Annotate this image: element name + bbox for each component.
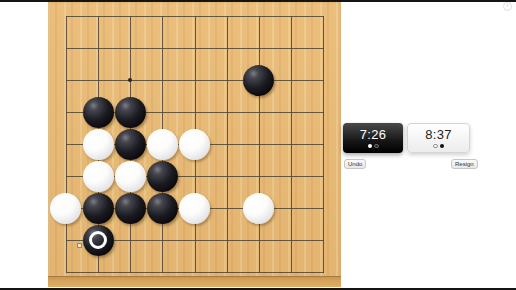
intersection[interactable]: [178, 96, 210, 128]
intersection[interactable]: [243, 96, 275, 128]
white-stone-icon: [368, 144, 373, 149]
intersection[interactable]: [211, 128, 243, 160]
intersection[interactable]: [82, 32, 114, 64]
white-stone: [50, 193, 81, 224]
intersection[interactable]: [114, 224, 146, 256]
intersection[interactable]: [82, 128, 114, 160]
black-stone: [147, 161, 178, 192]
intersection[interactable]: [82, 224, 114, 256]
black-stone: [115, 193, 146, 224]
black-capture-indicator: [368, 144, 379, 149]
intersection[interactable]: [243, 160, 275, 192]
intersection[interactable]: [211, 224, 243, 256]
intersection[interactable]: [275, 160, 307, 192]
white-stone: [147, 129, 178, 160]
white-capture-indicator: [433, 144, 444, 149]
intersection[interactable]: [243, 192, 275, 224]
intersection[interactable]: [275, 224, 307, 256]
intersection[interactable]: [50, 32, 82, 64]
intersection[interactable]: [114, 160, 146, 192]
black-clock-time: 7:26: [360, 128, 387, 142]
black-stone: [115, 129, 146, 160]
white-player-clock: 8:37: [407, 123, 470, 153]
intersection[interactable]: [307, 192, 339, 224]
black-stone: [83, 225, 114, 256]
intersection[interactable]: [178, 32, 210, 64]
black-stone: [83, 193, 114, 224]
intersection[interactable]: [146, 160, 178, 192]
intersection[interactable]: [82, 192, 114, 224]
intersection[interactable]: [82, 96, 114, 128]
intersection[interactable]: [50, 192, 82, 224]
small-square-marker: [77, 243, 82, 248]
white-stone: [243, 193, 274, 224]
intersection[interactable]: [146, 128, 178, 160]
intersection[interactable]: [243, 32, 275, 64]
intersection[interactable]: [307, 32, 339, 64]
intersection[interactable]: [82, 0, 114, 32]
intersection[interactable]: [307, 64, 339, 96]
intersection[interactable]: [211, 64, 243, 96]
white-stone: [83, 129, 114, 160]
intersection[interactable]: [307, 128, 339, 160]
black-stone: [243, 65, 274, 96]
intersection[interactable]: [178, 0, 210, 32]
intersection[interactable]: [178, 192, 210, 224]
intersection[interactable]: [275, 128, 307, 160]
intersection[interactable]: [114, 32, 146, 64]
intersection[interactable]: [82, 160, 114, 192]
intersection[interactable]: [243, 0, 275, 32]
intersection[interactable]: [50, 224, 82, 256]
intersection[interactable]: [307, 0, 339, 32]
go-board[interactable]: [48, 2, 341, 287]
clock-icon[interactable]: [503, 2, 512, 11]
intersection[interactable]: [146, 64, 178, 96]
intersection[interactable]: [307, 96, 339, 128]
intersection[interactable]: [114, 0, 146, 32]
intersection[interactable]: [243, 128, 275, 160]
intersection[interactable]: [178, 128, 210, 160]
intersection[interactable]: [243, 224, 275, 256]
intersection[interactable]: [275, 0, 307, 32]
intersection[interactable]: [211, 96, 243, 128]
intersection[interactable]: [114, 192, 146, 224]
intersection[interactable]: [211, 192, 243, 224]
intersection[interactable]: [243, 64, 275, 96]
clock-panel: 7:26 8:37: [343, 123, 470, 153]
intersection[interactable]: [82, 64, 114, 96]
intersection[interactable]: [275, 64, 307, 96]
white-stone: [179, 193, 210, 224]
intersection[interactable]: [307, 224, 339, 256]
black-stone: [115, 97, 146, 128]
intersection[interactable]: [211, 160, 243, 192]
intersection[interactable]: [211, 32, 243, 64]
goban-grid: [50, 0, 339, 288]
white-clock-time: 8:37: [425, 128, 452, 142]
intersection[interactable]: [275, 192, 307, 224]
intersection[interactable]: [50, 160, 82, 192]
white-stone: [115, 161, 146, 192]
intersection[interactable]: [146, 32, 178, 64]
intersection[interactable]: [211, 0, 243, 32]
white-stone: [83, 161, 114, 192]
black-stone: [147, 193, 178, 224]
black-stone-icon: [374, 144, 379, 149]
last-move-marker: [89, 231, 107, 249]
intersection[interactable]: [178, 64, 210, 96]
intersection[interactable]: [275, 96, 307, 128]
intersection[interactable]: [146, 224, 178, 256]
board-bottom-bevel: [48, 276, 341, 287]
white-stone: [179, 129, 210, 160]
intersection[interactable]: [50, 96, 82, 128]
intersection[interactable]: [50, 0, 82, 32]
intersection[interactable]: [307, 160, 339, 192]
intersection[interactable]: [146, 192, 178, 224]
intersection[interactable]: [114, 96, 146, 128]
white-stone-icon: [433, 144, 438, 149]
intersection[interactable]: [50, 128, 82, 160]
intersection[interactable]: [50, 64, 82, 96]
intersection[interactable]: [275, 32, 307, 64]
intersection[interactable]: [114, 64, 146, 96]
intersection[interactable]: [178, 224, 210, 256]
intersection[interactable]: [178, 160, 210, 192]
intersection[interactable]: [114, 128, 146, 160]
intersection[interactable]: [146, 96, 178, 128]
undo-button[interactable]: Undo: [344, 159, 366, 169]
resign-button[interactable]: Resign: [451, 159, 478, 169]
black-stone: [83, 97, 114, 128]
intersection[interactable]: [146, 0, 178, 32]
black-stone-icon: [440, 144, 445, 149]
black-player-clock: 7:26: [343, 123, 403, 153]
